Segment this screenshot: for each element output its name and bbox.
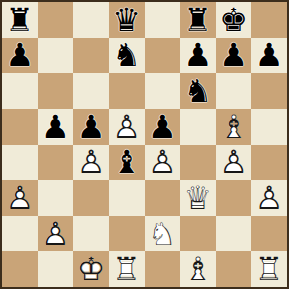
white-pawn-outline-glyph: ♙ xyxy=(109,109,145,145)
piece-white-king-icon[interactable]: ♚♔ xyxy=(73,251,109,287)
square-e3[interactable] xyxy=(145,180,181,216)
white-pawn-outline-glyph: ♙ xyxy=(145,145,181,181)
square-h3[interactable]: ♟♙ xyxy=(251,180,287,216)
piece-white-pawn-icon[interactable]: ♟♙ xyxy=(145,145,181,181)
square-e1[interactable] xyxy=(145,251,181,287)
black-pawn-fill-glyph: ♟ xyxy=(251,38,287,74)
black-pawn-fill-glyph: ♟ xyxy=(2,38,38,74)
white-pawn-outline-glyph: ♙ xyxy=(216,145,252,181)
square-c7[interactable] xyxy=(73,38,109,74)
white-pawn-outline-glyph: ♙ xyxy=(38,216,74,252)
piece-white-pawn-icon[interactable]: ♟♙ xyxy=(216,145,252,181)
piece-black-knight-icon[interactable]: ♞ xyxy=(180,73,216,109)
square-b5[interactable]: ♟ xyxy=(38,109,74,145)
white-rook-outline-glyph: ♖ xyxy=(109,251,145,287)
square-g8[interactable]: ♚ xyxy=(216,2,252,38)
square-g1[interactable] xyxy=(216,251,252,287)
square-a1[interactable] xyxy=(2,251,38,287)
piece-white-knight-icon[interactable]: ♞♘ xyxy=(145,216,181,252)
square-f4[interactable] xyxy=(180,145,216,181)
piece-black-knight-icon[interactable]: ♞ xyxy=(109,38,145,74)
square-f8[interactable]: ♜ xyxy=(180,2,216,38)
black-bishop-fill-glyph: ♝ xyxy=(109,145,145,181)
piece-black-pawn-icon[interactable]: ♟ xyxy=(73,109,109,145)
square-f6[interactable]: ♞ xyxy=(180,73,216,109)
square-g4[interactable]: ♟♙ xyxy=(216,145,252,181)
piece-black-rook-icon[interactable]: ♜ xyxy=(2,2,38,38)
black-pawn-fill-glyph: ♟ xyxy=(38,109,74,145)
square-b1[interactable] xyxy=(38,251,74,287)
square-a5[interactable] xyxy=(2,109,38,145)
square-c5[interactable]: ♟ xyxy=(73,109,109,145)
piece-black-pawn-icon[interactable]: ♟ xyxy=(251,38,287,74)
black-pawn-fill-glyph: ♟ xyxy=(216,38,252,74)
square-h2[interactable] xyxy=(251,216,287,252)
piece-white-queen-icon[interactable]: ♛♕ xyxy=(180,180,216,216)
piece-white-pawn-icon[interactable]: ♟♙ xyxy=(109,109,145,145)
square-d4[interactable]: ♝ xyxy=(109,145,145,181)
square-h5[interactable] xyxy=(251,109,287,145)
black-knight-fill-glyph: ♞ xyxy=(109,38,145,74)
square-b6[interactable] xyxy=(38,73,74,109)
square-e7[interactable] xyxy=(145,38,181,74)
square-g5[interactable]: ♝♗ xyxy=(216,109,252,145)
black-pawn-fill-glyph: ♟ xyxy=(180,38,216,74)
square-h4[interactable] xyxy=(251,145,287,181)
square-a4[interactable] xyxy=(2,145,38,181)
square-f5[interactable] xyxy=(180,109,216,145)
piece-white-bishop-icon[interactable]: ♝♗ xyxy=(180,251,216,287)
square-e4[interactable]: ♟♙ xyxy=(145,145,181,181)
square-d8[interactable]: ♛ xyxy=(109,2,145,38)
square-a7[interactable]: ♟ xyxy=(2,38,38,74)
piece-black-pawn-icon[interactable]: ♟ xyxy=(2,38,38,74)
black-knight-fill-glyph: ♞ xyxy=(180,73,216,109)
square-f1[interactable]: ♝♗ xyxy=(180,251,216,287)
black-rook-fill-glyph: ♜ xyxy=(180,2,216,38)
piece-black-rook-icon[interactable]: ♜ xyxy=(180,2,216,38)
square-d3[interactable] xyxy=(109,180,145,216)
piece-white-pawn-icon[interactable]: ♟♙ xyxy=(73,145,109,181)
square-c1[interactable]: ♚♔ xyxy=(73,251,109,287)
piece-black-pawn-icon[interactable]: ♟ xyxy=(180,38,216,74)
square-h1[interactable]: ♜♖ xyxy=(251,251,287,287)
white-rook-outline-glyph: ♖ xyxy=(251,251,287,287)
white-pawn-outline-glyph: ♙ xyxy=(2,180,38,216)
square-b3[interactable] xyxy=(38,180,74,216)
black-pawn-fill-glyph: ♟ xyxy=(145,109,181,145)
square-d1[interactable]: ♜♖ xyxy=(109,251,145,287)
square-a8[interactable]: ♜ xyxy=(2,2,38,38)
square-h6[interactable] xyxy=(251,73,287,109)
piece-black-pawn-icon[interactable]: ♟ xyxy=(145,109,181,145)
square-c4[interactable]: ♟♙ xyxy=(73,145,109,181)
square-e2[interactable]: ♞♘ xyxy=(145,216,181,252)
white-bishop-outline-glyph: ♗ xyxy=(180,251,216,287)
piece-black-king-icon[interactable]: ♚ xyxy=(216,2,252,38)
piece-white-pawn-icon[interactable]: ♟♙ xyxy=(251,180,287,216)
square-g6[interactable] xyxy=(216,73,252,109)
square-f7[interactable]: ♟ xyxy=(180,38,216,74)
piece-white-bishop-icon[interactable]: ♝♗ xyxy=(216,109,252,145)
piece-black-pawn-icon[interactable]: ♟ xyxy=(38,109,74,145)
piece-white-rook-icon[interactable]: ♜♖ xyxy=(251,251,287,287)
white-knight-outline-glyph: ♘ xyxy=(145,216,181,252)
square-c2[interactable] xyxy=(73,216,109,252)
square-d7[interactable]: ♞ xyxy=(109,38,145,74)
black-king-fill-glyph: ♚ xyxy=(216,2,252,38)
square-e8[interactable] xyxy=(145,2,181,38)
piece-black-bishop-icon[interactable]: ♝ xyxy=(109,145,145,181)
square-e6[interactable] xyxy=(145,73,181,109)
square-b8[interactable] xyxy=(38,2,74,38)
white-pawn-outline-glyph: ♙ xyxy=(251,180,287,216)
black-pawn-fill-glyph: ♟ xyxy=(73,109,109,145)
square-e5[interactable]: ♟ xyxy=(145,109,181,145)
square-f3[interactable]: ♛♕ xyxy=(180,180,216,216)
square-f2[interactable] xyxy=(180,216,216,252)
square-d5[interactable]: ♟♙ xyxy=(109,109,145,145)
square-h8[interactable] xyxy=(251,2,287,38)
square-b4[interactable] xyxy=(38,145,74,181)
square-g3[interactable] xyxy=(216,180,252,216)
square-c3[interactable] xyxy=(73,180,109,216)
square-c8[interactable] xyxy=(73,2,109,38)
white-pawn-outline-glyph: ♙ xyxy=(73,145,109,181)
square-a3[interactable]: ♟♙ xyxy=(2,180,38,216)
square-a6[interactable] xyxy=(2,73,38,109)
white-bishop-outline-glyph: ♗ xyxy=(216,109,252,145)
black-rook-fill-glyph: ♜ xyxy=(2,2,38,38)
piece-black-queen-icon[interactable]: ♛ xyxy=(109,2,145,38)
square-g7[interactable]: ♟ xyxy=(216,38,252,74)
square-g2[interactable] xyxy=(216,216,252,252)
square-d2[interactable] xyxy=(109,216,145,252)
square-a2[interactable] xyxy=(2,216,38,252)
chess-board: ♜♛♜♚♟♞♟♟♟♞♟♟♟♙♟♝♗♟♙♝♟♙♟♙♟♙♛♕♟♙♟♙♞♘♚♔♜♖♝♗… xyxy=(0,0,289,289)
piece-black-pawn-icon[interactable]: ♟ xyxy=(216,38,252,74)
white-queen-outline-glyph: ♕ xyxy=(180,180,216,216)
white-king-outline-glyph: ♔ xyxy=(73,251,109,287)
square-h7[interactable]: ♟ xyxy=(251,38,287,74)
square-b2[interactable]: ♟♙ xyxy=(38,216,74,252)
piece-white-rook-icon[interactable]: ♜♖ xyxy=(109,251,145,287)
square-c6[interactable] xyxy=(73,73,109,109)
piece-white-pawn-icon[interactable]: ♟♙ xyxy=(38,216,74,252)
piece-white-pawn-icon[interactable]: ♟♙ xyxy=(2,180,38,216)
black-queen-fill-glyph: ♛ xyxy=(109,2,145,38)
square-b7[interactable] xyxy=(38,38,74,74)
square-d6[interactable] xyxy=(109,73,145,109)
